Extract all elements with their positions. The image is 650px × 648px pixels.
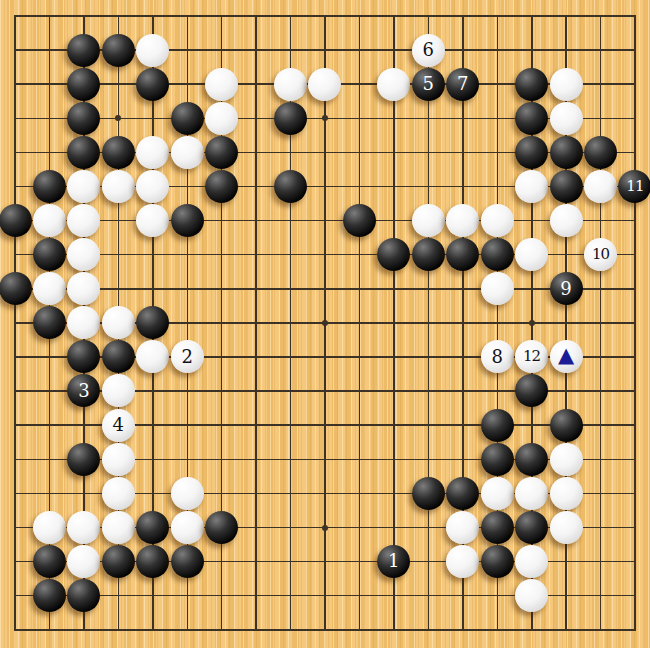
stone-black[interactable] bbox=[33, 545, 66, 578]
stone-black[interactable] bbox=[102, 340, 135, 373]
stone-black[interactable] bbox=[550, 136, 583, 169]
stone-black[interactable] bbox=[67, 579, 100, 612]
stone-black[interactable] bbox=[481, 409, 514, 442]
stone-white[interactable] bbox=[102, 443, 135, 476]
stone-black[interactable] bbox=[550, 409, 583, 442]
stone-black[interactable] bbox=[205, 511, 238, 544]
stone-white[interactable] bbox=[446, 545, 479, 578]
stone-black-move-9[interactable]: 9 bbox=[550, 272, 583, 305]
stone-white[interactable] bbox=[136, 136, 169, 169]
stone-white[interactable] bbox=[205, 102, 238, 135]
stone-white[interactable] bbox=[67, 545, 100, 578]
stone-black-move-7[interactable]: 7 bbox=[446, 68, 479, 101]
stone-white[interactable] bbox=[515, 545, 548, 578]
stone-white[interactable] bbox=[550, 102, 583, 135]
stone-white[interactable] bbox=[67, 272, 100, 305]
stone-black[interactable] bbox=[274, 102, 307, 135]
stone-black[interactable] bbox=[446, 477, 479, 510]
stone-white[interactable] bbox=[481, 204, 514, 237]
stone-black[interactable] bbox=[102, 34, 135, 67]
stone-black[interactable] bbox=[481, 511, 514, 544]
stone-white[interactable] bbox=[67, 238, 100, 271]
move-number-label: 3 bbox=[78, 381, 89, 399]
stone-white[interactable] bbox=[102, 374, 135, 407]
move-number-label: 12 bbox=[523, 349, 540, 364]
stone-white[interactable] bbox=[102, 170, 135, 203]
stone-black[interactable] bbox=[67, 136, 100, 169]
stone-black[interactable] bbox=[515, 374, 548, 407]
stone-black[interactable] bbox=[205, 170, 238, 203]
stone-white[interactable] bbox=[102, 306, 135, 339]
move-number-label: 4 bbox=[113, 416, 124, 434]
stone-white[interactable] bbox=[67, 511, 100, 544]
stone-black-move-3[interactable]: 3 bbox=[67, 374, 100, 407]
stone-white[interactable] bbox=[550, 68, 583, 101]
stone-black-move-11[interactable]: 11 bbox=[618, 170, 650, 203]
triangle-marker-icon: ▲ bbox=[558, 345, 574, 366]
stone-black[interactable] bbox=[515, 68, 548, 101]
stone-white[interactable] bbox=[481, 272, 514, 305]
stone-black[interactable] bbox=[446, 238, 479, 271]
stone-black[interactable] bbox=[67, 34, 100, 67]
stone-white-move-8[interactable]: 8 bbox=[481, 340, 514, 373]
stone-black[interactable] bbox=[0, 272, 32, 305]
stone-white[interactable] bbox=[136, 34, 169, 67]
stone-white[interactable] bbox=[67, 204, 100, 237]
stone-white[interactable] bbox=[515, 170, 548, 203]
stone-black[interactable] bbox=[171, 545, 204, 578]
stone-black[interactable] bbox=[515, 511, 548, 544]
stone-white[interactable] bbox=[308, 68, 341, 101]
stone-white[interactable] bbox=[171, 136, 204, 169]
stone-black[interactable] bbox=[102, 136, 135, 169]
stone-white[interactable] bbox=[136, 204, 169, 237]
stone-white[interactable] bbox=[377, 68, 410, 101]
stone-black-move-1[interactable]: 1 bbox=[377, 545, 410, 578]
stone-white[interactable] bbox=[550, 443, 583, 476]
stone-black[interactable] bbox=[67, 340, 100, 373]
stone-black[interactable] bbox=[136, 511, 169, 544]
stone-white-move-2[interactable]: 2 bbox=[171, 340, 204, 373]
move-number-label: 5 bbox=[423, 75, 434, 93]
move-number-label: 11 bbox=[626, 178, 643, 193]
stone-white[interactable] bbox=[102, 511, 135, 544]
stone-white[interactable] bbox=[136, 340, 169, 373]
stone-black[interactable] bbox=[0, 204, 32, 237]
stone-black[interactable] bbox=[33, 170, 66, 203]
stone-white[interactable] bbox=[584, 170, 617, 203]
stone-black[interactable] bbox=[102, 545, 135, 578]
stone-white-move-4[interactable]: 4 bbox=[102, 409, 135, 442]
stone-black[interactable] bbox=[136, 306, 169, 339]
stone-white-move-12[interactable]: 12 bbox=[515, 340, 548, 373]
stone-black[interactable] bbox=[550, 170, 583, 203]
move-number-label: 1 bbox=[388, 552, 399, 570]
stone-white-move-6[interactable]: 6 bbox=[412, 34, 445, 67]
stone-black[interactable] bbox=[171, 204, 204, 237]
stone-black[interactable] bbox=[136, 545, 169, 578]
stone-white[interactable] bbox=[171, 477, 204, 510]
stone-white[interactable] bbox=[171, 511, 204, 544]
stone-black-move-5[interactable]: 5 bbox=[412, 68, 445, 101]
stone-black[interactable] bbox=[481, 545, 514, 578]
stones-layer: 657111092812▲341 bbox=[0, 0, 650, 647]
stone-black[interactable] bbox=[33, 238, 66, 271]
stone-white[interactable] bbox=[481, 477, 514, 510]
stone-black[interactable] bbox=[171, 102, 204, 135]
stone-black[interactable] bbox=[33, 306, 66, 339]
move-number-label: 7 bbox=[457, 75, 468, 93]
stone-black[interactable] bbox=[412, 238, 445, 271]
stone-black[interactable] bbox=[412, 477, 445, 510]
stone-white[interactable] bbox=[412, 204, 445, 237]
stone-white[interactable] bbox=[67, 170, 100, 203]
stone-white[interactable] bbox=[67, 306, 100, 339]
stone-white[interactable] bbox=[102, 477, 135, 510]
stone-white[interactable] bbox=[515, 477, 548, 510]
stone-white-triangle-marked[interactable]: ▲ bbox=[550, 340, 583, 373]
stone-white[interactable] bbox=[550, 477, 583, 510]
stone-white[interactable] bbox=[33, 272, 66, 305]
stone-black[interactable] bbox=[481, 443, 514, 476]
stone-black[interactable] bbox=[515, 136, 548, 169]
stone-black[interactable] bbox=[136, 68, 169, 101]
stone-black[interactable] bbox=[67, 443, 100, 476]
stone-black[interactable] bbox=[584, 136, 617, 169]
stone-white[interactable] bbox=[550, 511, 583, 544]
stone-white[interactable] bbox=[446, 511, 479, 544]
stone-white-move-10[interactable]: 10 bbox=[584, 238, 617, 271]
stone-black[interactable] bbox=[274, 170, 307, 203]
stone-white[interactable] bbox=[515, 238, 548, 271]
stone-black[interactable] bbox=[33, 579, 66, 612]
stone-white[interactable] bbox=[33, 204, 66, 237]
move-number-label: 8 bbox=[491, 347, 502, 365]
stone-black[interactable] bbox=[377, 238, 410, 271]
stone-white[interactable] bbox=[550, 204, 583, 237]
stone-black[interactable] bbox=[515, 102, 548, 135]
stone-black[interactable] bbox=[67, 102, 100, 135]
move-number-label: 10 bbox=[592, 247, 609, 262]
stone-black[interactable] bbox=[515, 443, 548, 476]
move-number-label: 2 bbox=[181, 347, 192, 365]
move-number-label: 9 bbox=[560, 279, 571, 297]
stone-white[interactable] bbox=[274, 68, 307, 101]
stone-white[interactable] bbox=[33, 511, 66, 544]
stone-white[interactable] bbox=[515, 579, 548, 612]
stone-black[interactable] bbox=[67, 68, 100, 101]
stone-black[interactable] bbox=[343, 204, 376, 237]
stone-black[interactable] bbox=[205, 136, 238, 169]
move-number-label: 6 bbox=[423, 41, 434, 59]
stone-white[interactable] bbox=[446, 204, 479, 237]
stone-white[interactable] bbox=[136, 170, 169, 203]
stone-white[interactable] bbox=[205, 68, 238, 101]
stone-black[interactable] bbox=[481, 238, 514, 271]
go-board[interactable]: 657111092812▲341 bbox=[0, 0, 650, 648]
